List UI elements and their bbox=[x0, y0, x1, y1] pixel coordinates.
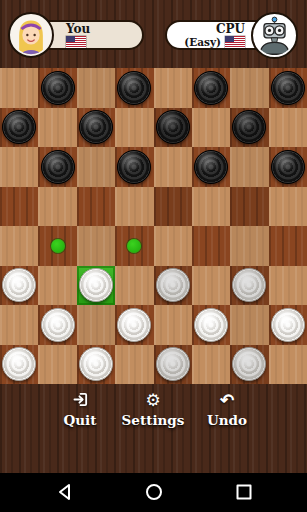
square-r0c0 bbox=[0, 68, 38, 108]
black-piece[interactable] bbox=[194, 150, 228, 184]
square-r6c1[interactable] bbox=[38, 305, 76, 345]
square-r5c0[interactable] bbox=[0, 266, 38, 306]
square-r3c2[interactable] bbox=[77, 187, 115, 227]
square-r6c6 bbox=[230, 305, 268, 345]
square-r2c1[interactable] bbox=[38, 147, 76, 187]
square-r6c7[interactable] bbox=[269, 305, 307, 345]
black-piece[interactable] bbox=[271, 71, 305, 105]
recents-icon[interactable] bbox=[235, 483, 253, 501]
white-piece[interactable] bbox=[79, 347, 113, 381]
top-bar: You bbox=[0, 0, 307, 68]
square-r2c0 bbox=[0, 147, 38, 187]
square-r7c1 bbox=[38, 345, 76, 385]
square-r4c0 bbox=[0, 226, 38, 266]
cpu-avatar bbox=[251, 12, 298, 59]
white-piece[interactable] bbox=[117, 308, 151, 342]
square-r3c3 bbox=[115, 187, 153, 227]
square-r3c6[interactable] bbox=[230, 187, 268, 227]
square-r0c5[interactable] bbox=[192, 68, 230, 108]
white-piece[interactable] bbox=[156, 347, 190, 381]
undo-button[interactable]: ↶ Undo bbox=[182, 391, 272, 428]
white-piece[interactable] bbox=[232, 347, 266, 381]
square-r4c1[interactable] bbox=[38, 226, 76, 266]
square-r3c1 bbox=[38, 187, 76, 227]
black-piece[interactable] bbox=[194, 71, 228, 105]
checkers-board bbox=[0, 68, 307, 384]
white-piece[interactable] bbox=[2, 268, 36, 302]
square-r1c2[interactable] bbox=[77, 108, 115, 148]
square-r3c4[interactable] bbox=[154, 187, 192, 227]
square-r6c4 bbox=[154, 305, 192, 345]
player-you: You bbox=[8, 12, 148, 59]
square-r3c0[interactable] bbox=[0, 187, 38, 227]
square-r4c3[interactable] bbox=[115, 226, 153, 266]
square-r0c1[interactable] bbox=[38, 68, 76, 108]
black-piece[interactable] bbox=[2, 110, 36, 144]
white-piece[interactable] bbox=[194, 308, 228, 342]
square-r5c5 bbox=[192, 266, 230, 306]
robot-avatar-icon bbox=[253, 14, 296, 57]
you-name: You bbox=[66, 23, 136, 36]
square-r7c6[interactable] bbox=[230, 345, 268, 385]
square-r5c1 bbox=[38, 266, 76, 306]
android-nav-bar bbox=[0, 473, 307, 512]
back-icon[interactable] bbox=[56, 483, 74, 501]
black-piece[interactable] bbox=[117, 71, 151, 105]
you-avatar bbox=[8, 12, 54, 58]
black-piece[interactable] bbox=[156, 110, 190, 144]
app-screen: You bbox=[0, 0, 307, 512]
square-r6c3[interactable] bbox=[115, 305, 153, 345]
square-r4c4 bbox=[154, 226, 192, 266]
square-r7c2[interactable] bbox=[77, 345, 115, 385]
black-piece[interactable] bbox=[79, 110, 113, 144]
square-r7c5 bbox=[192, 345, 230, 385]
player-cpu: CPU (Easy) bbox=[165, 12, 298, 59]
selected-square[interactable] bbox=[77, 266, 115, 306]
square-r0c7[interactable] bbox=[269, 68, 307, 108]
square-r4c6 bbox=[230, 226, 268, 266]
square-r1c4[interactable] bbox=[154, 108, 192, 148]
white-piece[interactable] bbox=[271, 308, 305, 342]
square-r1c7 bbox=[269, 108, 307, 148]
us-flag-icon bbox=[225, 36, 245, 48]
cpu-difficulty: (Easy) bbox=[184, 36, 221, 48]
square-r5c4[interactable] bbox=[154, 266, 192, 306]
square-r1c3 bbox=[115, 108, 153, 148]
square-r7c4[interactable] bbox=[154, 345, 192, 385]
move-hint-dot[interactable] bbox=[51, 239, 65, 253]
square-r1c1 bbox=[38, 108, 76, 148]
black-piece[interactable] bbox=[271, 150, 305, 184]
home-icon[interactable] bbox=[145, 483, 163, 501]
square-r3c7 bbox=[269, 187, 307, 227]
woman-avatar-icon bbox=[10, 14, 52, 56]
square-r3c5 bbox=[192, 187, 230, 227]
black-piece[interactable] bbox=[232, 110, 266, 144]
square-r6c5[interactable] bbox=[192, 305, 230, 345]
square-r2c5[interactable] bbox=[192, 147, 230, 187]
square-r7c3 bbox=[115, 345, 153, 385]
black-piece[interactable] bbox=[41, 150, 75, 184]
square-r5c6[interactable] bbox=[230, 266, 268, 306]
black-piece[interactable] bbox=[41, 71, 75, 105]
square-r1c5 bbox=[192, 108, 230, 148]
square-r6c0 bbox=[0, 305, 38, 345]
square-r1c6[interactable] bbox=[230, 108, 268, 148]
square-r2c6 bbox=[230, 147, 268, 187]
bottom-bar: Quit ⚙ Settings ↶ Undo bbox=[0, 384, 307, 473]
black-piece[interactable] bbox=[117, 150, 151, 184]
square-r4c5[interactable] bbox=[192, 226, 230, 266]
square-r0c4 bbox=[154, 68, 192, 108]
white-piece[interactable] bbox=[156, 268, 190, 302]
square-r2c2 bbox=[77, 147, 115, 187]
move-hint-dot[interactable] bbox=[127, 239, 141, 253]
square-r0c6 bbox=[230, 68, 268, 108]
square-r7c0[interactable] bbox=[0, 345, 38, 385]
square-r2c3[interactable] bbox=[115, 147, 153, 187]
square-r4c7[interactable] bbox=[269, 226, 307, 266]
white-piece[interactable] bbox=[41, 308, 75, 342]
square-r4c2 bbox=[77, 226, 115, 266]
square-r2c7[interactable] bbox=[269, 147, 307, 187]
square-r2c4 bbox=[154, 147, 192, 187]
square-r5c7 bbox=[269, 266, 307, 306]
square-r0c2 bbox=[77, 68, 115, 108]
white-piece[interactable] bbox=[79, 268, 113, 302]
white-piece[interactable] bbox=[232, 268, 266, 302]
square-r5c3 bbox=[115, 266, 153, 306]
white-piece[interactable] bbox=[2, 347, 36, 381]
undo-label: Undo bbox=[182, 412, 272, 428]
cpu-name: CPU bbox=[173, 23, 245, 36]
square-r6c2 bbox=[77, 305, 115, 345]
square-r7c7 bbox=[269, 345, 307, 385]
square-r0c3[interactable] bbox=[115, 68, 153, 108]
us-flag-icon bbox=[66, 36, 86, 48]
square-r1c0[interactable] bbox=[0, 108, 38, 148]
undo-icon: ↶ bbox=[182, 391, 272, 411]
